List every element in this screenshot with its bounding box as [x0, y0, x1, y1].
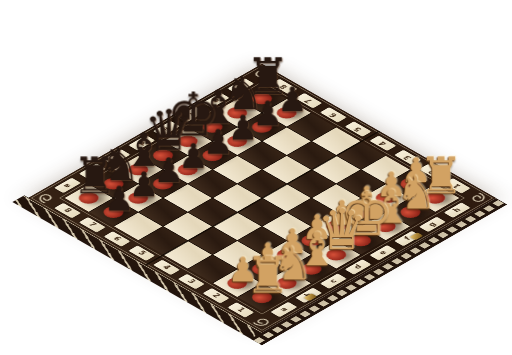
file-label-text: g [211, 97, 222, 103]
white-rook-glyph: ♜ [238, 251, 298, 301]
rank-label-text: 8 [279, 83, 290, 89]
rank-label-text: 5 [353, 126, 364, 132]
photo-scene: 87654321 87654321 abcdefgh abcdefgh ♜♞♝♛… [0, 0, 512, 355]
rank-label-text: 7 [303, 98, 314, 104]
file-label-text: e [161, 126, 172, 132]
file-label-text: f [187, 112, 196, 117]
file-label-text: h [235, 83, 246, 89]
file-label-text: d [136, 140, 147, 146]
black-pawn-glyph: ♟ [89, 181, 149, 215]
rank-label-text: 6 [328, 112, 339, 118]
rank-label-text: 4 [378, 140, 389, 146]
board-plane: 87654321 87654321 abcdefgh abcdefgh ♜♞♝♛… [28, 64, 496, 332]
